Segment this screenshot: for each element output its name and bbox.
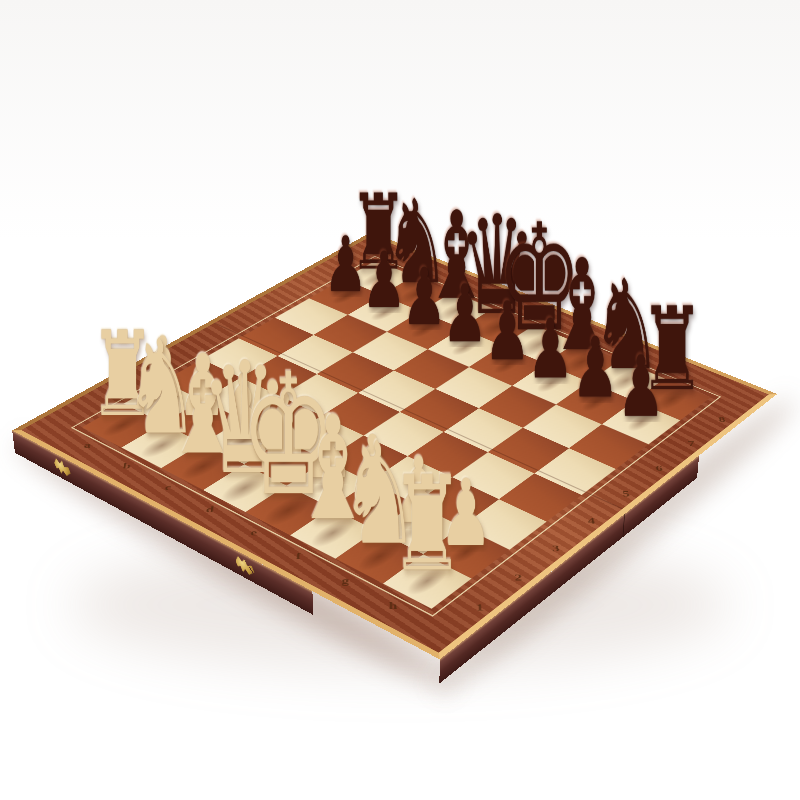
rank-label: 2 — [514, 572, 522, 583]
rank-label: 6 — [655, 464, 664, 473]
black-pawn-glyph: ♟ — [323, 228, 367, 300]
rank-label: 1 — [476, 602, 484, 613]
file-label: b — [122, 462, 132, 471]
white-rook-glyph: ♜ — [390, 462, 465, 586]
black-pawn-glyph: ♟ — [401, 260, 446, 335]
file-label: h — [389, 601, 398, 612]
file-label: c — [164, 483, 172, 493]
black-pawn-glyph: ♟ — [571, 328, 619, 407]
file-label: g — [341, 576, 349, 587]
file-label: d — [205, 505, 214, 515]
file-label: a — [83, 441, 92, 450]
black-pawn-glyph: ♟ — [527, 311, 574, 389]
black-pawn-glyph: ♟ — [362, 244, 406, 317]
file-label: e — [250, 528, 257, 538]
rank-label: 7 — [687, 439, 696, 448]
rank-label: 5 — [622, 489, 631, 499]
rank-label: 8 — [718, 415, 727, 424]
black-pawn-glyph: ♟ — [442, 276, 488, 352]
rank-label: 3 — [551, 544, 559, 554]
file-label: f — [296, 551, 302, 561]
rank-label: 4 — [587, 516, 596, 526]
product-photo-scene: ♜♟♟♜♞♟♟♞♝♟♟♝♛♟♟♛♚♟♟♚♝♟♟♝♞♟♟♞♜♟♟♜ a1b2c3d… — [0, 0, 800, 800]
black-pawn-glyph: ♟ — [484, 293, 530, 370]
black-pawn-glyph: ♟ — [617, 347, 665, 427]
fold-seam-side — [622, 514, 625, 538]
